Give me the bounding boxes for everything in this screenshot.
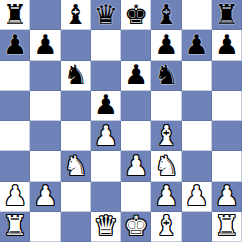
white-knight[interactable]: ♞	[64, 152, 88, 179]
square-f8[interactable]: ♝	[151, 0, 181, 30]
square-b4[interactable]	[30, 121, 60, 151]
square-b1[interactable]	[30, 212, 60, 242]
square-g1[interactable]	[182, 212, 212, 242]
square-d5[interactable]: ♟	[91, 91, 121, 121]
square-g4[interactable]	[182, 121, 212, 151]
square-c2[interactable]	[61, 182, 91, 212]
square-b5[interactable]	[30, 91, 60, 121]
square-g5[interactable]	[182, 91, 212, 121]
square-d3[interactable]	[91, 151, 121, 181]
square-a6[interactable]	[0, 61, 30, 91]
square-d2[interactable]	[91, 182, 121, 212]
square-c1[interactable]	[61, 212, 91, 242]
white-queen[interactable]: ♛	[94, 212, 118, 239]
square-a2[interactable]: ♟	[0, 182, 30, 212]
white-rook[interactable]: ♜	[3, 212, 27, 239]
square-h4[interactable]	[212, 121, 242, 151]
square-g7[interactable]: ♟	[182, 30, 212, 60]
black-pawn[interactable]: ♟	[94, 91, 118, 118]
square-h7[interactable]: ♟	[212, 30, 242, 60]
chess-board: ♜♝♛♚♝♜♟♟♟♟♟♞♟♞♟♟♝♞♟♞♟♟♟♟♟♜♛♚♝♜	[0, 0, 242, 242]
square-b3[interactable]	[30, 151, 60, 181]
square-d4[interactable]: ♟	[91, 121, 121, 151]
square-f6[interactable]: ♞	[151, 61, 181, 91]
square-e8[interactable]: ♚	[121, 0, 151, 30]
square-c8[interactable]: ♝	[61, 0, 91, 30]
white-pawn[interactable]: ♟	[124, 152, 148, 179]
square-h2[interactable]: ♟	[212, 182, 242, 212]
square-b8[interactable]	[30, 0, 60, 30]
square-a1[interactable]: ♜	[0, 212, 30, 242]
square-e1[interactable]: ♚	[121, 212, 151, 242]
square-a4[interactable]	[0, 121, 30, 151]
square-c7[interactable]	[61, 30, 91, 60]
black-pawn[interactable]: ♟	[33, 31, 57, 58]
white-pawn[interactable]: ♟	[94, 122, 118, 149]
black-knight[interactable]: ♞	[154, 61, 178, 88]
white-pawn[interactable]: ♟	[185, 182, 209, 209]
square-d8[interactable]: ♛	[91, 0, 121, 30]
square-e4[interactable]	[121, 121, 151, 151]
square-e7[interactable]	[121, 30, 151, 60]
square-d1[interactable]: ♛	[91, 212, 121, 242]
square-e5[interactable]	[121, 91, 151, 121]
black-rook[interactable]: ♜	[215, 1, 239, 28]
square-g8[interactable]	[182, 0, 212, 30]
square-g6[interactable]	[182, 61, 212, 91]
square-a7[interactable]: ♟	[0, 30, 30, 60]
square-f5[interactable]	[151, 91, 181, 121]
square-f1[interactable]: ♝	[151, 212, 181, 242]
square-d6[interactable]	[91, 61, 121, 91]
square-c4[interactable]	[61, 121, 91, 151]
square-f7[interactable]: ♟	[151, 30, 181, 60]
square-a5[interactable]	[0, 91, 30, 121]
white-king[interactable]: ♚	[124, 212, 148, 239]
square-f4[interactable]: ♝	[151, 121, 181, 151]
white-knight[interactable]: ♞	[154, 152, 178, 179]
square-b2[interactable]: ♟	[30, 182, 60, 212]
black-queen[interactable]: ♛	[94, 1, 118, 28]
square-c5[interactable]	[61, 91, 91, 121]
square-g3[interactable]	[182, 151, 212, 181]
black-pawn[interactable]: ♟	[215, 31, 239, 58]
black-rook[interactable]: ♜	[3, 1, 27, 28]
white-rook[interactable]: ♜	[215, 212, 239, 239]
square-e3[interactable]: ♟	[121, 151, 151, 181]
square-h8[interactable]: ♜	[212, 0, 242, 30]
square-h5[interactable]	[212, 91, 242, 121]
black-bishop[interactable]: ♝	[154, 1, 178, 28]
white-pawn[interactable]: ♟	[154, 182, 178, 209]
black-pawn[interactable]: ♟	[3, 31, 27, 58]
square-a8[interactable]: ♜	[0, 0, 30, 30]
black-knight[interactable]: ♞	[64, 61, 88, 88]
square-c6[interactable]: ♞	[61, 61, 91, 91]
white-pawn[interactable]: ♟	[3, 182, 27, 209]
black-bishop[interactable]: ♝	[64, 1, 88, 28]
white-pawn[interactable]: ♟	[215, 182, 239, 209]
square-c3[interactable]: ♞	[61, 151, 91, 181]
square-b7[interactable]: ♟	[30, 30, 60, 60]
square-d7[interactable]	[91, 30, 121, 60]
square-f3[interactable]: ♞	[151, 151, 181, 181]
square-b6[interactable]	[30, 61, 60, 91]
white-pawn[interactable]: ♟	[33, 182, 57, 209]
white-bishop[interactable]: ♝	[154, 122, 178, 149]
square-h1[interactable]: ♜	[212, 212, 242, 242]
white-bishop[interactable]: ♝	[154, 212, 178, 239]
black-pawn[interactable]: ♟	[185, 31, 209, 58]
square-a3[interactable]	[0, 151, 30, 181]
square-e2[interactable]	[121, 182, 151, 212]
square-e6[interactable]: ♟	[121, 61, 151, 91]
square-h3[interactable]	[212, 151, 242, 181]
black-pawn[interactable]: ♟	[124, 61, 148, 88]
black-pawn[interactable]: ♟	[154, 31, 178, 58]
square-f2[interactable]: ♟	[151, 182, 181, 212]
black-king[interactable]: ♚	[124, 1, 148, 28]
square-g2[interactable]: ♟	[182, 182, 212, 212]
square-h6[interactable]	[212, 61, 242, 91]
